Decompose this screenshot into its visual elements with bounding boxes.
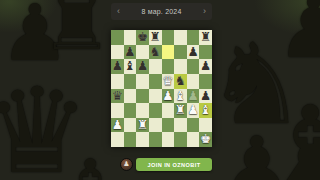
square-a1[interactable] (111, 132, 124, 147)
white-rook[interactable]: ♜ (137, 118, 148, 131)
square-d6[interactable] (149, 59, 162, 74)
square-g7[interactable]: ♟ (187, 45, 200, 60)
square-c8[interactable]: ♚ (136, 30, 149, 45)
square-c2[interactable]: ♜ (136, 118, 149, 133)
square-h1[interactable]: ♚ (199, 132, 212, 147)
white-queen[interactable]: ♛ (162, 74, 173, 87)
square-g3[interactable]: ♟ (187, 103, 200, 118)
square-g6[interactable] (187, 59, 200, 74)
white-king[interactable]: ♚ (200, 133, 211, 146)
rook-silhouette-top-left: ♜ (40, 0, 114, 62)
square-e3[interactable] (162, 103, 175, 118)
white-rook[interactable]: ♜ (175, 104, 186, 117)
square-a8[interactable] (111, 30, 124, 45)
square-a4[interactable]: ♛ (111, 89, 124, 104)
square-b5[interactable] (124, 74, 137, 89)
black-rook[interactable]: ♜ (150, 31, 161, 44)
bishop-silhouette-bottom-left: ♝ (58, 150, 123, 180)
channel-avatar[interactable]: ♟ (120, 158, 133, 171)
black-knight[interactable]: ♞ (150, 45, 161, 58)
ghost-white-pawn[interactable]: ♟ (187, 89, 198, 102)
square-d7[interactable]: ♞ (149, 45, 162, 60)
black-pawn[interactable]: ♟ (137, 60, 148, 73)
black-queen[interactable]: ♛ (112, 89, 123, 102)
avatar-pawn-icon: ♟ (123, 161, 129, 168)
white-pawn[interactable]: ♟ (162, 89, 173, 102)
square-e2[interactable] (162, 118, 175, 133)
square-e7[interactable] (162, 45, 175, 60)
square-g1[interactable] (187, 132, 200, 147)
square-f1[interactable] (174, 132, 187, 147)
black-bishop[interactable]: ♝ (124, 60, 135, 73)
video-frame: ♟♜♛♝♟♞♝♟ ‹ 8 мар. 2024 › ♚♜♜♟♞♟♟♝♟♟♛♞♛♟♝… (0, 0, 320, 180)
square-d5[interactable] (149, 74, 162, 89)
square-c1[interactable] (136, 132, 149, 147)
square-c5[interactable] (136, 74, 149, 89)
square-e8[interactable] (162, 30, 175, 45)
square-b6[interactable]: ♝ (124, 59, 137, 74)
date-navigator: ‹ 8 мар. 2024 › (111, 3, 212, 20)
puzzle-date-label: 8 мар. 2024 (141, 8, 181, 15)
square-f2[interactable] (174, 118, 187, 133)
pawn-silhouette-bottom-right: ♟ (220, 126, 294, 180)
white-bishop[interactable]: ♝ (200, 104, 211, 117)
square-h6[interactable]: ♟ (199, 59, 212, 74)
black-pawn[interactable]: ♟ (124, 45, 135, 58)
square-f3[interactable]: ♜ (174, 103, 187, 118)
square-h8[interactable]: ♜ (199, 30, 212, 45)
black-knight[interactable]: ♞ (175, 74, 186, 87)
square-d2[interactable] (149, 118, 162, 133)
square-b3[interactable] (124, 103, 137, 118)
square-d4[interactable] (149, 89, 162, 104)
square-f7[interactable] (174, 45, 187, 60)
square-c4[interactable] (136, 89, 149, 104)
square-b1[interactable] (124, 132, 137, 147)
square-b2[interactable] (124, 118, 137, 133)
white-pawn[interactable]: ♟ (112, 118, 123, 131)
black-pawn[interactable]: ♟ (112, 60, 123, 73)
square-d3[interactable] (149, 103, 162, 118)
chevron-right-icon[interactable]: › (203, 7, 206, 16)
black-king[interactable]: ♚ (137, 31, 148, 44)
square-a6[interactable]: ♟ (111, 59, 124, 74)
black-pawn[interactable]: ♟ (200, 60, 211, 73)
square-b4[interactable] (124, 89, 137, 104)
square-g2[interactable] (187, 118, 200, 133)
square-h3[interactable]: ♝ (199, 103, 212, 118)
white-bishop[interactable]: ♝ (175, 89, 186, 102)
black-pawn[interactable]: ♟ (187, 45, 198, 58)
square-e4[interactable]: ♟ (162, 89, 175, 104)
black-pawn[interactable]: ♟ (200, 89, 211, 102)
cta-button[interactable]: JOIN IN OZNOBIT (136, 158, 212, 171)
square-c6[interactable]: ♟ (136, 59, 149, 74)
square-e1[interactable] (162, 132, 175, 147)
white-pawn[interactable]: ♟ (187, 104, 198, 117)
square-f8[interactable] (174, 30, 187, 45)
chevron-left-icon[interactable]: ‹ (117, 7, 120, 16)
square-a2[interactable]: ♟ (111, 118, 124, 133)
square-d1[interactable] (149, 132, 162, 147)
chess-board[interactable]: ♚♜♜♟♞♟♟♝♟♟♛♞♛♟♝♟♟♜♟♝♟♜♚ (111, 30, 212, 147)
black-rook[interactable]: ♜ (200, 31, 211, 44)
